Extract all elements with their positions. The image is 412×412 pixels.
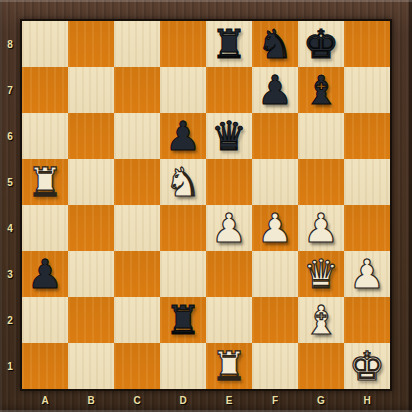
square-f5[interactable] [252,159,298,205]
square-c8[interactable] [114,21,160,67]
piece-black-bishop[interactable]: ♝ [298,67,344,113]
piece-white-pawn[interactable]: ♟ [344,251,390,297]
square-f3[interactable] [252,251,298,297]
chess-board: ♜♞♚♟♝♟♛♜♞♟♟♟♟♛♟♜♝♜♚ [20,19,392,391]
square-h4[interactable] [344,205,390,251]
piece-black-pawn[interactable]: ♟ [160,113,206,159]
square-h1[interactable]: ♚ [344,343,390,389]
piece-black-pawn[interactable]: ♟ [22,251,68,297]
square-f2[interactable] [252,297,298,343]
square-g3[interactable]: ♛ [298,251,344,297]
rank-label-6: 6 [0,113,20,159]
square-d8[interactable] [160,21,206,67]
square-g1[interactable] [298,343,344,389]
square-h2[interactable] [344,297,390,343]
square-d4[interactable] [160,205,206,251]
piece-white-rook[interactable]: ♜ [206,343,252,389]
piece-white-pawn[interactable]: ♟ [252,205,298,251]
rank-label-8: 8 [0,21,20,67]
square-g7[interactable]: ♝ [298,67,344,113]
square-c4[interactable] [114,205,160,251]
square-a3[interactable]: ♟ [22,251,68,297]
piece-white-pawn[interactable]: ♟ [206,205,252,251]
square-e8[interactable]: ♜ [206,21,252,67]
square-c2[interactable] [114,297,160,343]
square-b8[interactable] [68,21,114,67]
file-label-g: G [298,391,344,410]
rank-labels: 87654321 [0,21,20,389]
square-f6[interactable] [252,113,298,159]
rank-label-4: 4 [0,205,20,251]
file-label-e: E [206,391,252,410]
square-h7[interactable] [344,67,390,113]
square-a2[interactable] [22,297,68,343]
piece-white-bishop[interactable]: ♝ [298,297,344,343]
square-c6[interactable] [114,113,160,159]
square-b2[interactable] [68,297,114,343]
square-d3[interactable] [160,251,206,297]
square-a8[interactable] [22,21,68,67]
square-e5[interactable] [206,159,252,205]
square-b1[interactable] [68,343,114,389]
square-c5[interactable] [114,159,160,205]
square-b4[interactable] [68,205,114,251]
square-e7[interactable] [206,67,252,113]
file-label-b: B [68,391,114,410]
square-f1[interactable] [252,343,298,389]
square-b5[interactable] [68,159,114,205]
square-f7[interactable]: ♟ [252,67,298,113]
rank-label-7: 7 [0,67,20,113]
square-e1[interactable]: ♜ [206,343,252,389]
square-f8[interactable]: ♞ [252,21,298,67]
piece-white-king[interactable]: ♚ [344,343,390,389]
file-label-f: F [252,391,298,410]
rank-label-3: 3 [0,251,20,297]
square-e4[interactable]: ♟ [206,205,252,251]
file-label-c: C [114,391,160,410]
square-d6[interactable]: ♟ [160,113,206,159]
square-g2[interactable]: ♝ [298,297,344,343]
square-d7[interactable] [160,67,206,113]
square-e2[interactable] [206,297,252,343]
square-a4[interactable] [22,205,68,251]
square-e6[interactable]: ♛ [206,113,252,159]
square-h3[interactable]: ♟ [344,251,390,297]
square-c3[interactable] [114,251,160,297]
file-labels: ABCDEFGH [20,391,392,410]
file-label-h: H [344,391,390,410]
file-label-d: D [160,391,206,410]
square-d5[interactable]: ♞ [160,159,206,205]
square-d1[interactable] [160,343,206,389]
piece-black-queen[interactable]: ♛ [206,113,252,159]
square-f4[interactable]: ♟ [252,205,298,251]
square-g5[interactable] [298,159,344,205]
piece-black-rook[interactable]: ♜ [160,297,206,343]
square-d2[interactable]: ♜ [160,297,206,343]
square-a6[interactable] [22,113,68,159]
square-c1[interactable] [114,343,160,389]
piece-white-pawn[interactable]: ♟ [298,205,344,251]
square-b7[interactable] [68,67,114,113]
rank-label-5: 5 [0,159,20,205]
piece-white-queen[interactable]: ♛ [298,251,344,297]
square-c7[interactable] [114,67,160,113]
rank-label-1: 1 [0,343,20,389]
rank-label-2: 2 [0,297,20,343]
square-e3[interactable] [206,251,252,297]
piece-black-king[interactable]: ♚ [298,21,344,67]
square-b3[interactable] [68,251,114,297]
square-a7[interactable] [22,67,68,113]
square-a5[interactable]: ♜ [22,159,68,205]
board-frame: 87654321 ABCDEFGH ♜♞♚♟♝♟♛♜♞♟♟♟♟♛♟♜♝♜♚ [0,0,412,412]
square-h5[interactable] [344,159,390,205]
piece-black-knight[interactable]: ♞ [252,21,298,67]
piece-black-rook[interactable]: ♜ [206,21,252,67]
square-a1[interactable] [22,343,68,389]
square-g8[interactable]: ♚ [298,21,344,67]
square-g6[interactable] [298,113,344,159]
file-label-a: A [22,391,68,410]
piece-white-knight[interactable]: ♞ [160,159,206,205]
square-h8[interactable] [344,21,390,67]
square-b6[interactable] [68,113,114,159]
piece-white-rook[interactable]: ♜ [22,159,68,205]
square-h6[interactable] [344,113,390,159]
piece-black-pawn[interactable]: ♟ [252,67,298,113]
square-g4[interactable]: ♟ [298,205,344,251]
